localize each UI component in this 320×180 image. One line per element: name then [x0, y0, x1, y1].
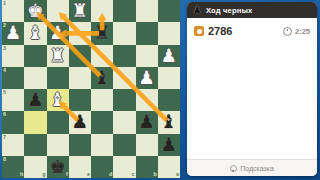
square-b5[interactable] — [136, 89, 158, 111]
square-b1[interactable] — [136, 0, 158, 22]
square-d7[interactable] — [91, 134, 113, 156]
square-d3[interactable] — [91, 45, 113, 67]
file-label-c: c — [131, 171, 134, 178]
hint-button-label: Подсказка — [240, 165, 274, 172]
square-d8[interactable]: d — [91, 156, 113, 178]
square-a1[interactable] — [158, 0, 180, 22]
file-label-h: h — [20, 171, 23, 178]
square-a4[interactable] — [158, 67, 180, 89]
square-d6[interactable] — [91, 111, 113, 133]
piece-white-pawn-h2[interactable]: ♟ — [2, 22, 24, 44]
piece-white-rook-f3[interactable]: ♜ — [47, 45, 69, 67]
piece-black-pawn-b6[interactable]: ♟ — [136, 111, 158, 133]
square-b2[interactable] — [136, 22, 158, 44]
square-g4[interactable] — [24, 67, 46, 89]
chess-board: 12345678hgfedcba ♚♜♟♝♟♜♜♟♝♟♝♟♟♟♝♟♚ — [2, 0, 180, 178]
file-label-d: d — [109, 171, 112, 178]
puzzle-info-area: 2786 2:25 — [187, 18, 317, 159]
piece-black-bishop-d4[interactable]: ♝ — [91, 67, 113, 89]
rating-row: 2786 2:25 — [187, 18, 317, 37]
piece-white-pawn-f2[interactable]: ♟ — [47, 22, 69, 44]
lightbulb-icon — [230, 165, 237, 172]
square-a2[interactable] — [158, 22, 180, 44]
rank-label-4: 4 — [3, 67, 6, 74]
square-c6[interactable] — [113, 111, 135, 133]
piece-black-pawn-a7[interactable]: ♟ — [158, 134, 180, 156]
piece-black-rook-d2[interactable]: ♜ — [91, 22, 113, 44]
square-c7[interactable] — [113, 134, 135, 156]
square-g7[interactable] — [24, 134, 46, 156]
square-g3[interactable] — [24, 45, 46, 67]
piece-white-pawn-a3[interactable]: ♟ — [158, 45, 180, 67]
square-e4[interactable] — [69, 67, 91, 89]
puzzle-rating-value: 2786 — [208, 25, 232, 37]
square-b3[interactable] — [136, 45, 158, 67]
puzzle-rating-icon — [194, 26, 204, 36]
square-f1[interactable] — [47, 0, 69, 22]
file-label-e: e — [87, 171, 90, 178]
square-h1[interactable]: 1 — [2, 0, 24, 22]
square-h4[interactable]: 4 — [2, 67, 24, 89]
square-e8[interactable]: e — [69, 156, 91, 178]
puzzle-screen: 12345678hgfedcba ♚♜♟♝♟♜♜♟♝♟♝♟♟♟♝♟♚ ♟ Ход… — [0, 0, 320, 180]
square-c8[interactable]: c — [113, 156, 135, 178]
hint-button[interactable]: Подсказка — [187, 159, 317, 176]
square-c1[interactable] — [113, 0, 135, 22]
square-b7[interactable] — [136, 134, 158, 156]
timer-value: 2:25 — [295, 27, 310, 36]
square-f6[interactable] — [47, 111, 69, 133]
square-h7[interactable]: 7 — [2, 134, 24, 156]
black-pawn-icon: ♟ — [193, 2, 202, 18]
square-a5[interactable] — [158, 89, 180, 111]
piece-white-bishop-f5[interactable]: ♝ — [47, 89, 69, 111]
square-c5[interactable] — [113, 89, 135, 111]
piece-black-pawn-e6[interactable]: ♟ — [69, 111, 91, 133]
square-c3[interactable] — [113, 45, 135, 67]
square-a8[interactable]: a — [158, 156, 180, 178]
rank-label-6: 6 — [3, 111, 6, 118]
square-e2[interactable] — [69, 22, 91, 44]
file-label-b: b — [153, 171, 156, 178]
square-f4[interactable] — [47, 67, 69, 89]
square-e5[interactable] — [69, 89, 91, 111]
square-d5[interactable] — [91, 89, 113, 111]
piece-black-king-f8[interactable]: ♚ — [47, 156, 69, 178]
square-e7[interactable] — [69, 134, 91, 156]
square-h6[interactable]: 6 — [2, 111, 24, 133]
piece-black-pawn-g5[interactable]: ♟ — [24, 89, 46, 111]
piece-black-bishop-a6[interactable]: ♝ — [158, 111, 180, 133]
piece-white-king-g1[interactable]: ♚ — [24, 0, 46, 22]
turn-indicator-label: Ход черных — [206, 6, 252, 15]
file-label-g: g — [42, 171, 45, 178]
square-h3[interactable]: 3 — [2, 45, 24, 67]
clock-icon — [283, 27, 292, 36]
timer-group: 2:25 — [283, 27, 310, 36]
rank-label-3: 3 — [3, 45, 6, 52]
square-f7[interactable] — [47, 134, 69, 156]
piece-white-pawn-b4[interactable]: ♟ — [136, 67, 158, 89]
puzzle-panel: ♟ Ход черных 2786 2:25 Подсказка — [187, 2, 317, 176]
square-c4[interactable] — [113, 67, 135, 89]
square-b8[interactable]: b — [136, 156, 158, 178]
square-h5[interactable]: 5 — [2, 89, 24, 111]
rank-label-1: 1 — [3, 0, 6, 7]
piece-white-rook-e1[interactable]: ♜ — [69, 0, 91, 22]
rank-label-8: 8 — [3, 156, 6, 163]
square-c2[interactable] — [113, 22, 135, 44]
rank-label-5: 5 — [3, 89, 6, 96]
square-g6[interactable] — [24, 111, 46, 133]
piece-white-bishop-g2[interactable]: ♝ — [24, 22, 46, 44]
rating-group: 2786 — [194, 25, 232, 37]
square-g8[interactable]: g — [24, 156, 46, 178]
rank-label-7: 7 — [3, 134, 6, 141]
square-e3[interactable] — [69, 45, 91, 67]
file-label-a: a — [176, 171, 179, 178]
square-d1[interactable] — [91, 0, 113, 22]
square-h8[interactable]: 8h — [2, 156, 24, 178]
turn-indicator-bar: ♟ Ход черных — [187, 2, 317, 18]
